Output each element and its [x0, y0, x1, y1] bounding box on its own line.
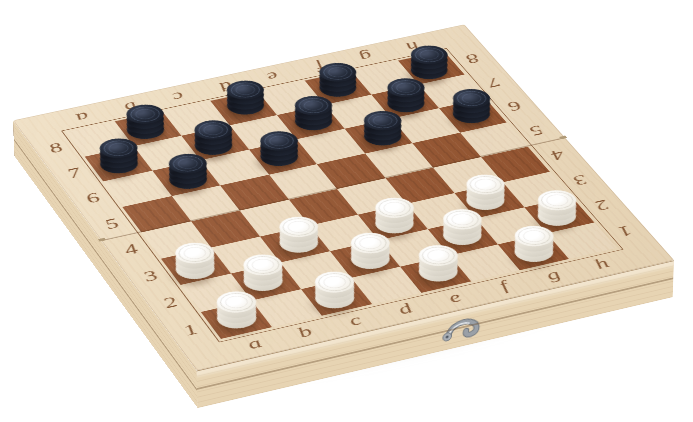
- checker-black-f6[interactable]: [358, 123, 407, 148]
- checker-white-g1[interactable]: [508, 238, 559, 265]
- clasp-latch-icon[interactable]: [441, 310, 487, 347]
- checker-black-h6[interactable]: [447, 101, 496, 126]
- product-photo-scene: aabbccddeeffgghh1122334455667788: [0, 0, 693, 422]
- checker-white-c1[interactable]: [309, 284, 360, 312]
- checker-white-e1[interactable]: [413, 257, 464, 284]
- checker-white-a1[interactable]: [211, 304, 262, 332]
- checker-black-d6[interactable]: [255, 144, 304, 170]
- checkers-board: aabbccddeeffgghh1122334455667788: [13, 24, 674, 370]
- checker-white-b2[interactable]: [238, 267, 289, 294]
- checker-white-a3[interactable]: [170, 255, 221, 282]
- checker-black-b8[interactable]: [121, 117, 169, 142]
- checker-white-d2[interactable]: [345, 245, 396, 272]
